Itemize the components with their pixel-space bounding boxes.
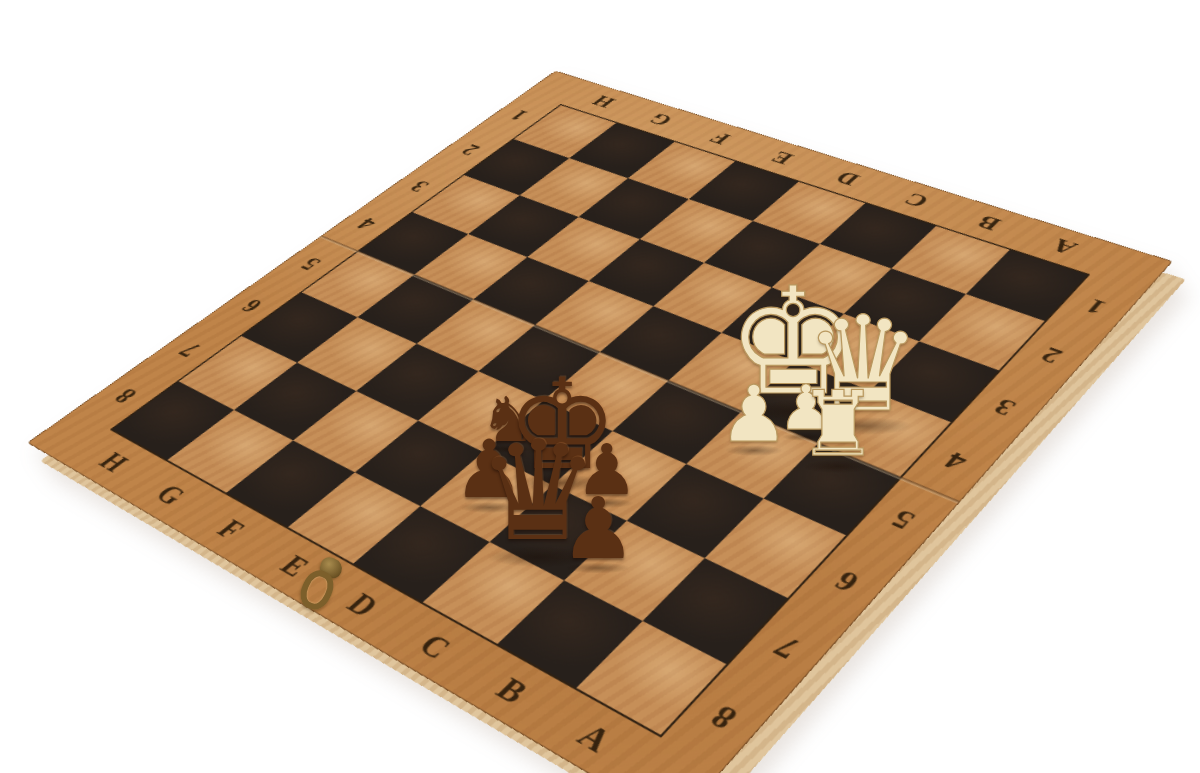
piece-dark-pawn-c7[interactable]: ♟ (560, 486, 636, 571)
piece-light-pawn-b5[interactable]: ♟ (719, 375, 789, 453)
piece-light-rook-a5[interactable]: ♜ (798, 379, 879, 469)
clasp-latch (300, 556, 352, 622)
photo-stage: HGFEDCBA HGFEDCBA 12345678 12345678 ♚♛♟♟… (0, 0, 1200, 773)
